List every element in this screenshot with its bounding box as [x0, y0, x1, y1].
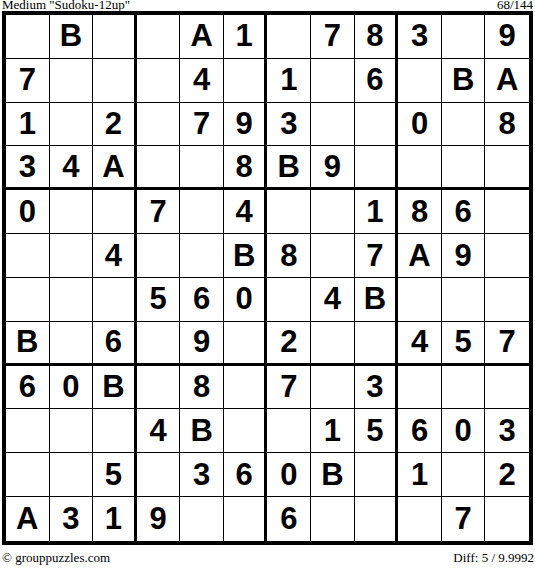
cell-r7c7[interactable] [267, 278, 311, 322]
cell-r2c1[interactable]: 7 [6, 59, 50, 103]
cell-r12c9[interactable] [355, 497, 399, 541]
cell-r6c4[interactable] [137, 234, 181, 278]
cell-r6c12[interactable] [485, 234, 529, 278]
sudoku-board: BA178397416BA127930834A8B90741864B87A956… [2, 11, 533, 545]
cell-r2c2[interactable] [50, 59, 94, 103]
cell-r4c6[interactable]: 8 [224, 146, 268, 190]
cell-r1c5[interactable]: A [180, 15, 224, 59]
cell-r10c9[interactable]: 5 [355, 409, 399, 453]
cell-r12c7[interactable]: 6 [267, 497, 311, 541]
cell-r10c5[interactable]: B [180, 409, 224, 453]
cell-r11c4[interactable] [137, 453, 181, 497]
cell-r2c3[interactable] [93, 59, 137, 103]
cell-r2c12[interactable]: A [485, 59, 529, 103]
cell-r8c7[interactable]: 2 [267, 322, 311, 366]
cell-r2c6[interactable] [224, 59, 268, 103]
cell-r4c7[interactable]: B [267, 146, 311, 190]
cell-r7c11[interactable] [442, 278, 486, 322]
cell-r12c11[interactable]: 7 [442, 497, 486, 541]
cell-r9c10[interactable] [398, 366, 442, 410]
cell-r1c12[interactable]: 9 [485, 15, 529, 59]
cell-r3c8[interactable] [311, 103, 355, 147]
cell-r3c3[interactable]: 2 [93, 103, 137, 147]
cell-r8c6[interactable] [224, 322, 268, 366]
cell-r9c6[interactable] [224, 366, 268, 410]
cell-r6c9[interactable]: 7 [355, 234, 399, 278]
cell-r8c4[interactable] [137, 322, 181, 366]
cell-r10c11[interactable]: 0 [442, 409, 486, 453]
cell-r7c8[interactable]: 4 [311, 278, 355, 322]
cell-r10c12[interactable]: 3 [485, 409, 529, 453]
cell-r4c4[interactable] [137, 146, 181, 190]
cell-r5c12[interactable] [485, 190, 529, 234]
cell-r3c6[interactable]: 9 [224, 103, 268, 147]
cell-r5c1[interactable]: 0 [6, 190, 50, 234]
copyright-text: © grouppuzzles.com [2, 550, 110, 565]
cell-r1c4[interactable] [137, 15, 181, 59]
cell-r5c8[interactable] [311, 190, 355, 234]
cell-r3c9[interactable] [355, 103, 399, 147]
cell-r12c6[interactable] [224, 497, 268, 541]
cell-r7c6[interactable]: 0 [224, 278, 268, 322]
cell-r10c10[interactable]: 6 [398, 409, 442, 453]
cell-r11c6[interactable]: 6 [224, 453, 268, 497]
cell-r5c10[interactable]: 8 [398, 190, 442, 234]
cell-r2c9[interactable]: 6 [355, 59, 399, 103]
cell-r2c8[interactable] [311, 59, 355, 103]
cell-r10c2[interactable] [50, 409, 94, 453]
cell-r3c4[interactable] [137, 103, 181, 147]
cell-r1c8[interactable]: 7 [311, 15, 355, 59]
cell-r7c1[interactable] [6, 278, 50, 322]
cell-r8c9[interactable] [355, 322, 399, 366]
cell-r8c2[interactable] [50, 322, 94, 366]
cell-r6c2[interactable] [50, 234, 94, 278]
cell-r12c2[interactable]: 3 [50, 497, 94, 541]
cell-r4c1[interactable]: 3 [6, 146, 50, 190]
cell-r4c9[interactable] [355, 146, 399, 190]
cell-r6c7[interactable]: 8 [267, 234, 311, 278]
cell-r1c2[interactable]: B [50, 15, 94, 59]
cell-r1c11[interactable] [442, 15, 486, 59]
cell-r6c8[interactable] [311, 234, 355, 278]
cell-r9c5[interactable]: 8 [180, 366, 224, 410]
cell-r10c6[interactable] [224, 409, 268, 453]
cell-r6c6[interactable]: B [224, 234, 268, 278]
cell-r8c10[interactable]: 4 [398, 322, 442, 366]
cell-r8c8[interactable] [311, 322, 355, 366]
cell-r4c8[interactable]: 9 [311, 146, 355, 190]
cell-r7c2[interactable] [50, 278, 94, 322]
cell-r5c5[interactable] [180, 190, 224, 234]
cell-r11c9[interactable] [355, 453, 399, 497]
cell-r9c12[interactable] [485, 366, 529, 410]
cell-r11c12[interactable]: 2 [485, 453, 529, 497]
cell-r7c4[interactable]: 5 [137, 278, 181, 322]
cell-r9c8[interactable] [311, 366, 355, 410]
cell-r6c1[interactable] [6, 234, 50, 278]
cell-r2c4[interactable] [137, 59, 181, 103]
cell-r7c5[interactable]: 6 [180, 278, 224, 322]
cell-r9c4[interactable] [137, 366, 181, 410]
cell-r3c12[interactable]: 8 [485, 103, 529, 147]
cell-r3c2[interactable] [50, 103, 94, 147]
cell-r11c3[interactable]: 5 [93, 453, 137, 497]
cell-r8c11[interactable]: 5 [442, 322, 486, 366]
cell-r4c5[interactable] [180, 146, 224, 190]
cell-r4c2[interactable]: 4 [50, 146, 94, 190]
cell-r12c10[interactable] [398, 497, 442, 541]
cell-r2c7[interactable]: 1 [267, 59, 311, 103]
cell-r4c10[interactable] [398, 146, 442, 190]
cell-r2c10[interactable] [398, 59, 442, 103]
cell-r11c11[interactable] [442, 453, 486, 497]
cell-r10c3[interactable] [93, 409, 137, 453]
cell-r10c4[interactable]: 4 [137, 409, 181, 453]
cell-r3c1[interactable]: 1 [6, 103, 50, 147]
cell-r11c5[interactable]: 3 [180, 453, 224, 497]
cell-r8c3[interactable]: 6 [93, 322, 137, 366]
cell-r5c4[interactable]: 7 [137, 190, 181, 234]
cell-r4c12[interactable] [485, 146, 529, 190]
cell-r5c9[interactable]: 1 [355, 190, 399, 234]
cell-r11c8[interactable]: B [311, 453, 355, 497]
cell-r5c3[interactable] [93, 190, 137, 234]
cell-r7c12[interactable] [485, 278, 529, 322]
cell-r4c11[interactable] [442, 146, 486, 190]
cell-r2c5[interactable]: 4 [180, 59, 224, 103]
cell-r8c12[interactable]: 7 [485, 322, 529, 366]
cell-r9c11[interactable] [442, 366, 486, 410]
cell-r9c9[interactable]: 3 [355, 366, 399, 410]
cell-r7c3[interactable] [93, 278, 137, 322]
cell-r8c5[interactable]: 9 [180, 322, 224, 366]
cell-r1c6[interactable]: 1 [224, 15, 268, 59]
cell-r1c9[interactable]: 8 [355, 15, 399, 59]
cell-r4c3[interactable]: A [93, 146, 137, 190]
cell-r10c7[interactable] [267, 409, 311, 453]
cell-r9c3[interactable]: B [93, 366, 137, 410]
cell-r11c7[interactable]: 0 [267, 453, 311, 497]
cell-r1c1[interactable] [6, 15, 50, 59]
cell-r8c1[interactable]: B [6, 322, 50, 366]
cell-r10c1[interactable] [6, 409, 50, 453]
cell-r9c7[interactable]: 7 [267, 366, 311, 410]
cell-r9c2[interactable]: 0 [50, 366, 94, 410]
cell-r12c4[interactable]: 9 [137, 497, 181, 541]
cell-r7c9[interactable]: B [355, 278, 399, 322]
cell-r2c11[interactable]: B [442, 59, 486, 103]
difficulty-text: Diff: 5 / 9.9992 [453, 550, 534, 565]
cell-r11c2[interactable] [50, 453, 94, 497]
cell-r1c7[interactable] [267, 15, 311, 59]
cell-r11c1[interactable] [6, 453, 50, 497]
cell-r6c5[interactable] [180, 234, 224, 278]
cell-r9c1[interactable]: 6 [6, 366, 50, 410]
cell-r1c10[interactable]: 3 [398, 15, 442, 59]
cell-r6c10[interactable]: A [398, 234, 442, 278]
cell-r10c8[interactable]: 1 [311, 409, 355, 453]
cell-r3c7[interactable]: 3 [267, 103, 311, 147]
cell-r5c11[interactable]: 6 [442, 190, 486, 234]
cell-r12c5[interactable] [180, 497, 224, 541]
cell-r1c3[interactable] [93, 15, 137, 59]
cell-r11c10[interactable]: 1 [398, 453, 442, 497]
cell-r5c7[interactable] [267, 190, 311, 234]
cell-r12c8[interactable] [311, 497, 355, 541]
cell-r12c3[interactable]: 1 [93, 497, 137, 541]
cell-r6c3[interactable]: 4 [93, 234, 137, 278]
cell-r3c11[interactable] [442, 103, 486, 147]
cell-r3c10[interactable]: 0 [398, 103, 442, 147]
cell-r3c5[interactable]: 7 [180, 103, 224, 147]
cell-r5c6[interactable]: 4 [224, 190, 268, 234]
cell-r7c10[interactable] [398, 278, 442, 322]
cell-r12c1[interactable]: A [6, 497, 50, 541]
cell-r12c12[interactable] [485, 497, 529, 541]
cell-r6c11[interactable]: 9 [442, 234, 486, 278]
cell-r5c2[interactable] [50, 190, 94, 234]
